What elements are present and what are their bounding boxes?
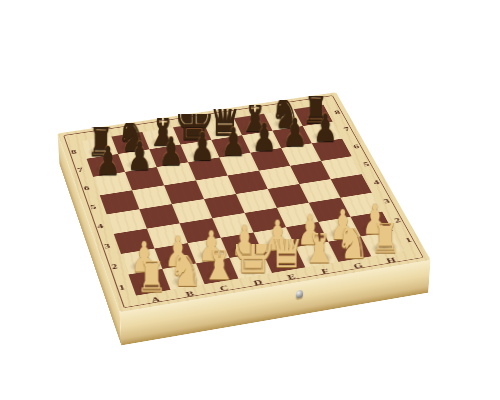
metal-clasp-icon (296, 290, 303, 299)
board-plane: ABCDEFGH 87654321 87654321 ♜♞♝♚♛♝♞♜♟♟♟♟♟… (58, 92, 431, 312)
chessboard-scene: ABCDEFGH 87654321 87654321 ♜♞♝♚♛♝♞♜♟♟♟♟♟… (84, 42, 388, 346)
photo-canvas: ABCDEFGH 87654321 87654321 ♜♞♝♚♛♝♞♜♟♟♟♟♟… (0, 0, 500, 400)
